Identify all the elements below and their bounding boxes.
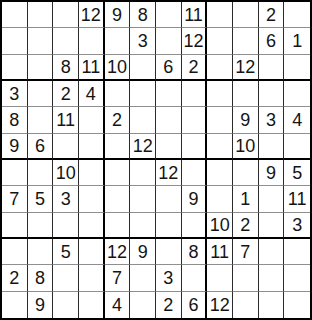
cell-r1c11[interactable]: 2	[259, 2, 285, 28]
cell-r1c12[interactable]	[284, 2, 310, 28]
given-digit: 2	[9, 269, 19, 287]
cell-r10c2[interactable]	[28, 239, 54, 265]
cell-r5c3[interactable]: 11	[53, 107, 79, 133]
cell-r9c2[interactable]	[28, 213, 54, 239]
cell-r10c4[interactable]	[79, 239, 105, 265]
cell-r7c9[interactable]	[207, 160, 233, 186]
given-digit: 3	[292, 216, 302, 234]
cell-r3c5[interactable]: 10	[105, 55, 131, 81]
cell-r1c4[interactable]: 12	[79, 2, 105, 28]
cell-r7c4[interactable]	[79, 160, 105, 186]
cell-r8c6[interactable]	[130, 186, 156, 212]
given-digit: 9	[112, 6, 122, 24]
cell-r7c6[interactable]	[130, 160, 156, 186]
cell-r4c10[interactable]	[233, 81, 259, 107]
cell-r10c3[interactable]: 5	[53, 239, 79, 265]
cell-r2c6[interactable]: 3	[130, 28, 156, 54]
cell-r5c8[interactable]	[182, 107, 208, 133]
given-digit: 7	[9, 190, 19, 208]
cell-r3c3[interactable]: 8	[53, 55, 79, 81]
cell-r6c8[interactable]	[182, 134, 208, 160]
cell-r4c11[interactable]	[259, 81, 285, 107]
cell-r6c7[interactable]	[156, 134, 182, 160]
cell-r6c2[interactable]: 6	[28, 134, 54, 160]
cell-r1c1[interactable]	[2, 2, 28, 28]
cell-r12c2[interactable]: 9	[28, 292, 54, 318]
given-digit: 12	[158, 164, 178, 182]
cell-r4c1[interactable]: 3	[2, 81, 28, 107]
given-digit: 9	[35, 296, 45, 314]
cell-r9c4[interactable]	[79, 213, 105, 239]
cell-r3c1[interactable]	[2, 55, 28, 81]
given-digit: 12	[81, 6, 101, 24]
cell-r7c7[interactable]: 12	[156, 160, 182, 186]
cell-r3c6[interactable]	[130, 55, 156, 81]
cell-r12c9[interactable]: 12	[207, 292, 233, 318]
given-digit: 6	[163, 58, 173, 76]
given-digit: 2	[112, 111, 122, 129]
cell-r1c9[interactable]	[207, 2, 233, 28]
cell-r5c2[interactable]	[28, 107, 54, 133]
cell-r11c11[interactable]	[259, 265, 285, 291]
cell-r7c3[interactable]: 10	[53, 160, 79, 186]
given-digit: 5	[61, 243, 71, 261]
given-digit: 2	[240, 216, 250, 234]
cell-r7c12[interactable]: 5	[284, 160, 310, 186]
cell-r7c2[interactable]	[28, 160, 54, 186]
given-digit: 3	[163, 269, 173, 287]
cell-r5c9[interactable]	[207, 107, 233, 133]
cell-r10c11[interactable]	[259, 239, 285, 265]
cell-r12c11[interactable]	[259, 292, 285, 318]
cell-r5c7[interactable]	[156, 107, 182, 133]
given-digit: 9	[188, 190, 198, 208]
cell-r11c12[interactable]	[284, 265, 310, 291]
given-digit: 7	[240, 243, 250, 261]
given-digit: 12	[133, 137, 153, 155]
cell-r8c12[interactable]: 11	[284, 186, 310, 212]
cell-r9c1[interactable]	[2, 213, 28, 239]
cell-r6c10[interactable]: 10	[233, 134, 259, 160]
cell-r11c8[interactable]	[182, 265, 208, 291]
cell-r4c2[interactable]	[28, 81, 54, 107]
given-digit: 8	[35, 269, 45, 287]
cell-r3c8[interactable]: 2	[182, 55, 208, 81]
cell-r8c8[interactable]: 9	[182, 186, 208, 212]
cell-r5c4[interactable]	[79, 107, 105, 133]
given-digit: 8	[188, 243, 198, 261]
cell-r6c6[interactable]: 12	[130, 134, 156, 160]
given-digit: 2	[188, 58, 198, 76]
given-digit: 6	[266, 32, 276, 50]
cell-r9c9[interactable]: 10	[207, 213, 233, 239]
cell-r1c5[interactable]: 9	[105, 2, 131, 28]
given-digit: 2	[266, 6, 276, 24]
given-digit: 2	[61, 85, 71, 103]
cell-r2c1[interactable]	[2, 28, 28, 54]
cell-r11c5[interactable]: 7	[105, 265, 131, 291]
cell-r6c3[interactable]	[53, 134, 79, 160]
cell-r2c7[interactable]	[156, 28, 182, 54]
cell-r5c5[interactable]: 2	[105, 107, 131, 133]
cell-r2c12[interactable]: 1	[284, 28, 310, 54]
given-digit: 9	[138, 243, 148, 261]
cell-r9c8[interactable]	[182, 213, 208, 239]
cell-r4c7[interactable]	[156, 81, 182, 107]
given-digit: 3	[266, 111, 276, 129]
cell-r8c11[interactable]	[259, 186, 285, 212]
given-digit: 4	[292, 111, 302, 129]
cell-r12c10[interactable]	[233, 292, 259, 318]
cell-r3c11[interactable]	[259, 55, 285, 81]
cell-r3c10[interactable]: 12	[233, 55, 259, 81]
given-digit: 3	[61, 190, 71, 208]
cell-r7c1[interactable]	[2, 160, 28, 186]
cell-r11c7[interactable]: 3	[156, 265, 182, 291]
cell-r3c12[interactable]	[284, 55, 310, 81]
given-digit: 10	[210, 216, 230, 234]
cell-r2c5[interactable]	[105, 28, 131, 54]
given-digit: 4	[86, 85, 96, 103]
cell-r7c10[interactable]	[233, 160, 259, 186]
cell-r12c4[interactable]	[79, 292, 105, 318]
cell-r10c9[interactable]: 11	[207, 239, 233, 265]
cell-r4c8[interactable]	[182, 81, 208, 107]
cell-r5c1[interactable]: 8	[2, 107, 28, 133]
given-digit: 4	[112, 296, 122, 314]
cell-r5c11[interactable]: 3	[259, 107, 285, 133]
cell-r10c10[interactable]: 7	[233, 239, 259, 265]
cell-r11c4[interactable]	[79, 265, 105, 291]
cell-r6c11[interactable]	[259, 134, 285, 160]
given-digit: 3	[9, 85, 19, 103]
cell-r2c8[interactable]: 12	[182, 28, 208, 54]
cell-r8c4[interactable]	[79, 186, 105, 212]
cell-r4c6[interactable]	[130, 81, 156, 107]
cell-r9c10[interactable]: 2	[233, 213, 259, 239]
cell-r10c7[interactable]	[156, 239, 182, 265]
cell-r8c7[interactable]	[156, 186, 182, 212]
cell-r8c2[interactable]: 5	[28, 186, 54, 212]
cell-r2c9[interactable]	[207, 28, 233, 54]
given-digit: 12	[210, 296, 230, 314]
cell-r2c10[interactable]	[233, 28, 259, 54]
given-digit: 10	[235, 137, 255, 155]
given-digit: 8	[61, 58, 71, 76]
cell-r10c8[interactable]: 8	[182, 239, 208, 265]
cell-r6c12[interactable]	[284, 134, 310, 160]
cell-r2c4[interactable]	[79, 28, 105, 54]
cell-r7c8[interactable]	[182, 160, 208, 186]
cell-r11c2[interactable]: 8	[28, 265, 54, 291]
given-digit: 8	[138, 6, 148, 24]
given-digit: 8	[9, 111, 19, 129]
cell-r1c2[interactable]	[28, 2, 54, 28]
cell-r7c11[interactable]: 9	[259, 160, 285, 186]
given-digit: 1	[240, 190, 250, 208]
cell-r9c11[interactable]	[259, 213, 285, 239]
cell-r6c9[interactable]	[207, 134, 233, 160]
cell-r11c6[interactable]	[130, 265, 156, 291]
cell-r9c12[interactable]: 3	[284, 213, 310, 239]
cell-r4c3[interactable]: 2	[53, 81, 79, 107]
given-digit: 6	[35, 137, 45, 155]
cell-r10c5[interactable]: 12	[105, 239, 131, 265]
cell-r4c4[interactable]: 4	[79, 81, 105, 107]
given-digit: 12	[235, 58, 255, 76]
cell-r4c9[interactable]	[207, 81, 233, 107]
cell-r3c7[interactable]: 6	[156, 55, 182, 81]
given-digit: 12	[183, 32, 203, 50]
cell-r12c12[interactable]	[284, 292, 310, 318]
given-digit: 10	[107, 58, 127, 76]
cell-r5c10[interactable]: 9	[233, 107, 259, 133]
cell-r6c5[interactable]	[105, 134, 131, 160]
cell-r8c9[interactable]	[207, 186, 233, 212]
cell-r2c2[interactable]	[28, 28, 54, 54]
cell-r11c9[interactable]	[207, 265, 233, 291]
cell-r9c3[interactable]	[53, 213, 79, 239]
cell-r10c6[interactable]: 9	[130, 239, 156, 265]
given-digit: 5	[292, 164, 302, 182]
given-digit: 9	[240, 111, 250, 129]
cell-r12c1[interactable]	[2, 292, 28, 318]
cell-r12c7[interactable]: 2	[156, 292, 182, 318]
given-digit: 12	[107, 243, 127, 261]
cell-r11c1[interactable]: 2	[2, 265, 28, 291]
sudoku-board: 1298112312618111062123248112934961210101…	[0, 0, 312, 320]
cell-r1c6[interactable]: 8	[130, 2, 156, 28]
cell-r12c8[interactable]: 6	[182, 292, 208, 318]
cell-r8c5[interactable]	[105, 186, 131, 212]
cell-r3c2[interactable]	[28, 55, 54, 81]
cell-r7c5[interactable]	[105, 160, 131, 186]
cell-r6c4[interactable]	[79, 134, 105, 160]
cell-r1c3[interactable]	[53, 2, 79, 28]
cell-r4c5[interactable]	[105, 81, 131, 107]
cell-r12c6[interactable]	[130, 292, 156, 318]
given-digit: 9	[9, 137, 19, 155]
cell-r11c3[interactable]	[53, 265, 79, 291]
cell-r6c1[interactable]: 9	[2, 134, 28, 160]
cell-r10c12[interactable]	[284, 239, 310, 265]
cell-r9c6[interactable]	[130, 213, 156, 239]
cell-r2c11[interactable]: 6	[259, 28, 285, 54]
cell-r5c6[interactable]	[130, 107, 156, 133]
cell-r1c7[interactable]	[156, 2, 182, 28]
given-digit: 6	[188, 296, 198, 314]
cell-r1c10[interactable]	[233, 2, 259, 28]
cell-r8c3[interactable]: 3	[53, 186, 79, 212]
given-digit: 11	[184, 6, 203, 24]
cell-r10c1[interactable]	[2, 239, 28, 265]
given-digit: 11	[56, 111, 75, 129]
given-digit: 5	[35, 190, 45, 208]
cell-r2c3[interactable]	[53, 28, 79, 54]
cell-r8c10[interactable]: 1	[233, 186, 259, 212]
cell-r11c10[interactable]	[233, 265, 259, 291]
cell-r3c9[interactable]	[207, 55, 233, 81]
given-digit: 11	[210, 243, 229, 261]
given-digit: 11	[81, 58, 100, 76]
cell-r9c5[interactable]	[105, 213, 131, 239]
cell-r8c1[interactable]: 7	[2, 186, 28, 212]
given-digit: 9	[266, 164, 276, 182]
given-digit: 7	[112, 269, 122, 287]
cell-r1c8[interactable]: 11	[182, 2, 208, 28]
given-digit: 2	[163, 296, 173, 314]
given-digit: 10	[56, 164, 76, 182]
cell-r3c4[interactable]: 11	[79, 55, 105, 81]
cell-r4c12[interactable]	[284, 81, 310, 107]
cell-r5c12[interactable]: 4	[284, 107, 310, 133]
given-digit: 1	[292, 32, 302, 50]
given-digit: 11	[288, 190, 307, 208]
given-digit: 3	[138, 32, 148, 50]
cell-r9c7[interactable]	[156, 213, 182, 239]
cell-r12c3[interactable]	[53, 292, 79, 318]
cell-r12c5[interactable]: 4	[105, 292, 131, 318]
